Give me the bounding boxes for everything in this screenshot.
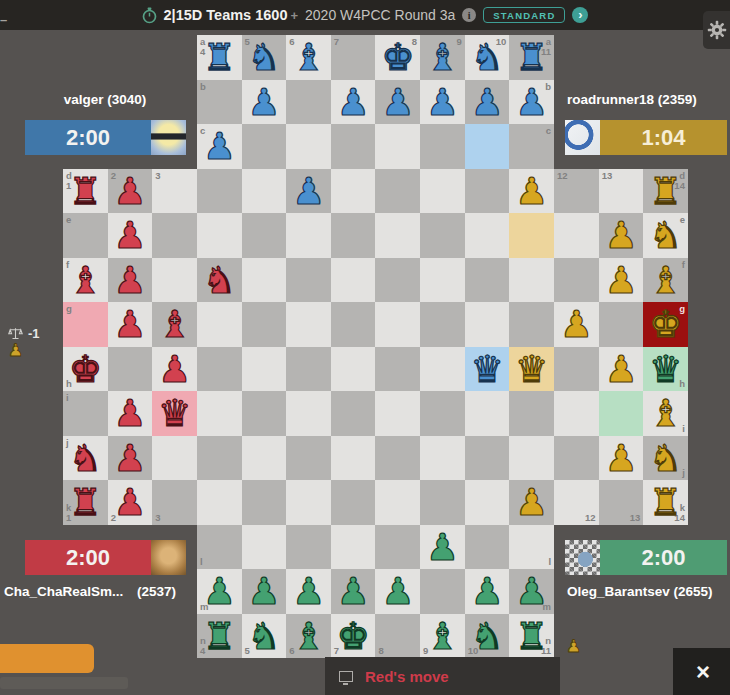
standard-badge: STANDARD <box>483 7 565 23</box>
square-d3[interactable]: 3 <box>152 169 197 214</box>
move-status-bar: Red's move <box>325 657 560 695</box>
square-k8[interactable] <box>375 480 420 525</box>
chevron-circle-icon[interactable]: › <box>572 7 588 23</box>
yellow-knight-e14[interactable]: ♞ <box>643 213 688 258</box>
square-d7[interactable] <box>331 169 376 214</box>
yellow-rook-d14[interactable]: ♜ <box>643 169 688 214</box>
square-h10[interactable]: ♛ <box>465 347 510 392</box>
square-j6[interactable] <box>286 436 331 481</box>
square-c4[interactable]: c♟ <box>197 124 242 169</box>
captured-yellow-pawn-icon: ♟ <box>8 341 54 359</box>
square-f11[interactable] <box>509 258 554 303</box>
square-k5[interactable] <box>242 480 287 525</box>
coord-label-k13-13: 13 <box>630 513 641 523</box>
move-status-text: Red's move <box>365 668 449 685</box>
square-i12[interactable] <box>554 391 599 436</box>
square-a7[interactable]: 7 <box>331 35 376 80</box>
square-f14[interactable]: f♝ <box>643 258 688 303</box>
square-j7[interactable] <box>331 436 376 481</box>
square-m9[interactable] <box>420 569 465 614</box>
square-g14[interactable]: g♚ <box>643 302 688 347</box>
square-g1[interactable]: g <box>63 302 108 347</box>
red-bishop-g3[interactable]: ♝ <box>152 302 197 347</box>
square-h9[interactable] <box>420 347 465 392</box>
blue-queen-h10[interactable]: ♛ <box>465 347 510 392</box>
square-g8[interactable] <box>375 302 420 347</box>
yellow-rook-k14[interactable]: ♜ <box>643 480 688 525</box>
square-d10[interactable] <box>465 169 510 214</box>
square-i5[interactable] <box>242 391 287 436</box>
orange-banner-fragment <box>0 644 94 673</box>
square-g6[interactable] <box>286 302 331 347</box>
square-k3[interactable]: 3 <box>152 480 197 525</box>
red-pawn-f2[interactable]: ♟ <box>108 258 153 303</box>
square-l8[interactable] <box>375 525 420 570</box>
green-pawn-m11[interactable]: ♟ <box>509 569 554 614</box>
blue-bishop-a6[interactable]: ♝ <box>286 35 331 80</box>
red-pawn-d2[interactable]: ♟ <box>108 169 153 214</box>
square-h7[interactable] <box>331 347 376 392</box>
gray-bar-fragment <box>0 677 128 689</box>
square-i8[interactable] <box>375 391 420 436</box>
square-i14[interactable]: i♝ <box>643 391 688 436</box>
square-j10[interactable] <box>465 436 510 481</box>
coord-label-l4-l: l <box>200 557 203 567</box>
balance-scale-icon <box>8 327 23 340</box>
square-a6[interactable]: 6♝ <box>286 35 331 80</box>
square-d1[interactable]: d1♜ <box>63 169 108 214</box>
square-n9[interactable]: 9♝ <box>420 614 465 659</box>
blue-pawn-b5[interactable]: ♟ <box>242 80 287 125</box>
square-i13[interactable] <box>599 391 644 436</box>
settings-button[interactable] <box>703 11 730 49</box>
square-b5[interactable]: ♟ <box>242 80 287 125</box>
square-n11[interactable]: n11♜ <box>509 614 554 659</box>
square-d8[interactable] <box>375 169 420 214</box>
square-e10[interactable] <box>465 213 510 258</box>
square-l11[interactable]: l <box>509 525 554 570</box>
square-e13[interactable]: ♟ <box>599 213 644 258</box>
square-c5[interactable] <box>242 124 287 169</box>
square-c7[interactable] <box>331 124 376 169</box>
coord-label-l11-l: l <box>548 557 551 567</box>
square-d11[interactable]: ♟ <box>509 169 554 214</box>
red-king-h1[interactable]: ♚ <box>63 347 108 392</box>
red-pawn-i2[interactable]: ♟ <box>108 391 153 436</box>
square-g2[interactable]: ♟ <box>108 302 153 347</box>
square-h1[interactable]: h♚ <box>63 347 108 392</box>
square-c9[interactable] <box>420 124 465 169</box>
square-k2[interactable]: 2♟ <box>108 480 153 525</box>
square-e3[interactable] <box>152 213 197 258</box>
square-e14[interactable]: e♞ <box>643 213 688 258</box>
square-b7[interactable]: ♟ <box>331 80 376 125</box>
square-m5[interactable]: ♟ <box>242 569 287 614</box>
red-pawn-h3[interactable]: ♟ <box>152 347 197 392</box>
square-m6[interactable]: ♟ <box>286 569 331 614</box>
yellow-bishop-i14[interactable]: ♝ <box>643 391 688 436</box>
blue-king-a8[interactable]: ♚ <box>375 35 420 80</box>
info-icon[interactable]: i <box>462 8 476 22</box>
red-bishop-f1[interactable]: ♝ <box>63 258 108 303</box>
coord-label-k3-3: 3 <box>155 513 160 523</box>
blue-pawn-b9[interactable]: ♟ <box>420 80 465 125</box>
square-e12[interactable] <box>554 213 599 258</box>
square-c11[interactable]: c <box>509 124 554 169</box>
square-b10[interactable]: ♟ <box>465 80 510 125</box>
square-j1[interactable]: j♞ <box>63 436 108 481</box>
square-l4[interactable]: l <box>197 525 242 570</box>
blue-knight-a5[interactable]: ♞ <box>242 35 287 80</box>
square-h2[interactable] <box>108 347 153 392</box>
blue-pawn-b8[interactable]: ♟ <box>375 80 420 125</box>
square-k14[interactable]: k14♜ <box>643 480 688 525</box>
square-l10[interactable] <box>465 525 510 570</box>
blue-rook-a4[interactable]: ♜ <box>197 35 242 80</box>
square-m11[interactable]: m♟ <box>509 569 554 614</box>
square-h3[interactable]: ♟ <box>152 347 197 392</box>
square-d4[interactable] <box>197 169 242 214</box>
green-queen-h14[interactable]: ♛ <box>643 347 688 392</box>
blue-pawn-b7[interactable]: ♟ <box>331 80 376 125</box>
yellow-king-g14[interactable]: ♚ <box>643 302 688 347</box>
material-tray: -1 ♟ <box>8 326 54 378</box>
square-m10[interactable]: ♟ <box>465 569 510 614</box>
square-d5[interactable] <box>242 169 287 214</box>
square-h8[interactable] <box>375 347 420 392</box>
square-c6[interactable] <box>286 124 331 169</box>
square-g7[interactable] <box>331 302 376 347</box>
square-k1[interactable]: k1♜ <box>63 480 108 525</box>
coord-label-k12-12: 12 <box>585 513 596 523</box>
red-queen-i3[interactable]: ♛ <box>152 391 197 436</box>
square-b11[interactable]: b♟ <box>509 80 554 125</box>
square-g13[interactable] <box>599 302 644 347</box>
square-d14[interactable]: d14♜ <box>643 169 688 214</box>
square-i9[interactable] <box>420 391 465 436</box>
square-k12[interactable]: 12 <box>554 480 599 525</box>
red-knight-f4[interactable]: ♞ <box>197 258 242 303</box>
green-knight-n5[interactable]: ♞ <box>242 614 287 659</box>
green-pawn-m5[interactable]: ♟ <box>242 569 287 614</box>
board: a4♜5♞6♝78♚9♝10♞a11♜b♟♟♟♟♟b♟c♟cd1♜2♟3♟♟12… <box>63 35 688 658</box>
square-f4[interactable]: ♞ <box>197 258 242 303</box>
square-m7[interactable]: ♟ <box>331 569 376 614</box>
square-k9[interactable] <box>420 480 465 525</box>
green-rook-n4[interactable]: ♜ <box>197 614 242 659</box>
yellow-knight-j14[interactable]: ♞ <box>643 436 688 481</box>
red-pawn-e2[interactable]: ♟ <box>108 213 153 258</box>
square-j8[interactable] <box>375 436 420 481</box>
red-pawn-j2[interactable]: ♟ <box>108 436 153 481</box>
square-m4[interactable]: m♟ <box>197 569 242 614</box>
coord-label-n8-8: 8 <box>378 646 383 656</box>
blue-pawn-c4[interactable]: ♟ <box>197 124 242 169</box>
blue-bishop-a9[interactable]: ♝ <box>420 35 465 80</box>
green-king-n7[interactable]: ♚ <box>331 614 376 659</box>
square-l7[interactable] <box>331 525 376 570</box>
square-j4[interactable] <box>197 436 242 481</box>
square-i11[interactable] <box>509 391 554 436</box>
green-pawn-m8[interactable]: ♟ <box>375 569 420 614</box>
square-a10[interactable]: 10♞ <box>465 35 510 80</box>
square-n7[interactable]: 7♚ <box>331 614 376 659</box>
yellow-pawn-j13[interactable]: ♟ <box>599 436 644 481</box>
yellow-pawn-k11[interactable]: ♟ <box>509 480 554 525</box>
green-bishop-n9[interactable]: ♝ <box>420 614 465 659</box>
square-a4[interactable]: a4♜ <box>197 35 242 80</box>
square-e8[interactable] <box>375 213 420 258</box>
collapse-dash[interactable]: – <box>0 12 7 27</box>
square-f9[interactable] <box>420 258 465 303</box>
square-g4[interactable] <box>197 302 242 347</box>
square-g10[interactable] <box>465 302 510 347</box>
blue-knight-a10[interactable]: ♞ <box>465 35 510 80</box>
square-j3[interactable] <box>152 436 197 481</box>
green-pawn-m7[interactable]: ♟ <box>331 569 376 614</box>
square-l6[interactable] <box>286 525 331 570</box>
square-d12[interactable]: 12 <box>554 169 599 214</box>
square-i10[interactable] <box>465 391 510 436</box>
square-j9[interactable] <box>420 436 465 481</box>
square-j2[interactable]: ♟ <box>108 436 153 481</box>
square-g9[interactable] <box>420 302 465 347</box>
square-a11[interactable]: a11♜ <box>509 35 554 80</box>
square-f6[interactable] <box>286 258 331 303</box>
coord-label-e1-e: e <box>66 215 71 225</box>
app-window: 2|15D Teams 1600 + 2020 W4PCC Round 3a i… <box>0 0 730 695</box>
coord-label-c11-c: c <box>546 126 551 136</box>
square-g5[interactable] <box>242 302 287 347</box>
square-n6[interactable]: 6♝ <box>286 614 331 659</box>
square-h4[interactable] <box>197 347 242 392</box>
square-c8[interactable] <box>375 124 420 169</box>
square-i3[interactable]: ♛ <box>152 391 197 436</box>
square-j12[interactable] <box>554 436 599 481</box>
square-k13[interactable]: 13 <box>599 480 644 525</box>
square-a8[interactable]: 8♚ <box>375 35 420 80</box>
coord-label-d12-12: 12 <box>557 171 568 181</box>
red-pawn-k2[interactable]: ♟ <box>108 480 153 525</box>
square-j13[interactable]: ♟ <box>599 436 644 481</box>
stopwatch-icon <box>142 7 157 24</box>
square-b9[interactable]: ♟ <box>420 80 465 125</box>
close-icon: × <box>696 658 710 686</box>
square-i2[interactable]: ♟ <box>108 391 153 436</box>
yellow-pawn-g12[interactable]: ♟ <box>554 302 599 347</box>
square-e2[interactable]: ♟ <box>108 213 153 258</box>
square-g11[interactable] <box>509 302 554 347</box>
event-name: 2020 W4PCC Round 3a <box>305 7 455 23</box>
square-j14[interactable]: j♞ <box>643 436 688 481</box>
square-f13[interactable]: ♟ <box>599 258 644 303</box>
red-rook-d1[interactable]: ♜ <box>63 169 108 214</box>
square-e6[interactable] <box>286 213 331 258</box>
square-f1[interactable]: f♝ <box>63 258 108 303</box>
square-e1[interactable]: e <box>63 213 108 258</box>
close-button[interactable]: × <box>673 648 730 695</box>
square-n8[interactable]: 8 <box>375 614 420 659</box>
square-g3[interactable]: ♝ <box>152 302 197 347</box>
square-n10[interactable]: 10♞ <box>465 614 510 659</box>
square-f3[interactable] <box>152 258 197 303</box>
coord-label-d13-13: 13 <box>602 171 613 181</box>
coord-label-b4-b: b <box>200 82 206 92</box>
yellow-queen-h11[interactable]: ♛ <box>509 347 554 392</box>
square-h6[interactable] <box>286 347 331 392</box>
square-k6[interactable] <box>286 480 331 525</box>
square-l9[interactable]: ♟ <box>420 525 465 570</box>
square-j11[interactable] <box>509 436 554 481</box>
game-header: 2|15D Teams 1600 + 2020 W4PCC Round 3a i… <box>0 0 730 30</box>
square-m8[interactable]: ♟ <box>375 569 420 614</box>
square-i4[interactable] <box>197 391 242 436</box>
blue-pawn-b11[interactable]: ♟ <box>509 80 554 125</box>
square-a5[interactable]: 5♞ <box>242 35 287 80</box>
title-plus: + <box>290 8 298 23</box>
square-k4[interactable] <box>197 480 242 525</box>
square-d6[interactable]: ♟ <box>286 169 331 214</box>
square-h11[interactable]: ♛ <box>509 347 554 392</box>
square-e7[interactable] <box>331 213 376 258</box>
captured-yellow-pawn-icon-green-tray: ♟ <box>566 636 581 656</box>
coord-label-i1-i: i <box>66 393 69 403</box>
square-h14[interactable]: h♛ <box>643 347 688 392</box>
square-j5[interactable] <box>242 436 287 481</box>
blue-rook-a11[interactable]: ♜ <box>509 35 554 80</box>
green-pawn-l9[interactable]: ♟ <box>420 525 465 570</box>
square-i6[interactable] <box>286 391 331 436</box>
coord-label-a7-7: 7 <box>334 37 339 47</box>
green-bishop-n6[interactable]: ♝ <box>286 614 331 659</box>
square-i7[interactable] <box>331 391 376 436</box>
green-rook-n11[interactable]: ♜ <box>509 614 554 659</box>
square-f5[interactable] <box>242 258 287 303</box>
blue-pawn-b10[interactable]: ♟ <box>465 80 510 125</box>
time-control-title: 2|15D Teams 1600 <box>164 7 288 23</box>
square-n4[interactable]: n4♜ <box>197 614 242 659</box>
square-l5[interactable] <box>242 525 287 570</box>
square-e11[interactable] <box>509 213 554 258</box>
green-knight-n10[interactable]: ♞ <box>465 614 510 659</box>
green-pawn-m4[interactable]: ♟ <box>197 569 242 614</box>
blue-pawn-d6[interactable]: ♟ <box>286 169 331 214</box>
square-k7[interactable] <box>331 480 376 525</box>
square-f7[interactable] <box>331 258 376 303</box>
square-f10[interactable] <box>465 258 510 303</box>
coord-label-d3-3: 3 <box>155 171 160 181</box>
square-f12[interactable] <box>554 258 599 303</box>
square-h13[interactable]: ♟ <box>599 347 644 392</box>
red-pawn-g2[interactable]: ♟ <box>108 302 153 347</box>
square-b4[interactable]: b <box>197 80 242 125</box>
square-d9[interactable] <box>420 169 465 214</box>
monitor-icon <box>339 671 353 682</box>
square-b8[interactable]: ♟ <box>375 80 420 125</box>
square-k10[interactable] <box>465 480 510 525</box>
square-e5[interactable] <box>242 213 287 258</box>
square-n5[interactable]: 5♞ <box>242 614 287 659</box>
square-d13[interactable]: 13 <box>599 169 644 214</box>
square-e4[interactable] <box>197 213 242 258</box>
square-h5[interactable] <box>242 347 287 392</box>
square-k11[interactable]: ♟ <box>509 480 554 525</box>
square-b6[interactable] <box>286 80 331 125</box>
square-i1[interactable]: i <box>63 391 108 436</box>
yellow-pawn-e13[interactable]: ♟ <box>599 213 644 258</box>
coord-label-g1-g: g <box>66 304 72 314</box>
green-pawn-m6[interactable]: ♟ <box>286 569 331 614</box>
gear-icon <box>707 20 727 40</box>
red-rook-k1[interactable]: ♜ <box>63 480 108 525</box>
square-g12[interactable]: ♟ <box>554 302 599 347</box>
square-d2[interactable]: 2♟ <box>108 169 153 214</box>
square-e9[interactable] <box>420 213 465 258</box>
square-f2[interactable]: ♟ <box>108 258 153 303</box>
square-h12[interactable] <box>554 347 599 392</box>
square-c10[interactable] <box>465 124 510 169</box>
red-knight-j1[interactable]: ♞ <box>63 436 108 481</box>
yellow-pawn-f13[interactable]: ♟ <box>599 258 644 303</box>
square-f8[interactable] <box>375 258 420 303</box>
yellow-bishop-f14[interactable]: ♝ <box>643 258 688 303</box>
green-pawn-m10[interactable]: ♟ <box>465 569 510 614</box>
yellow-pawn-d11[interactable]: ♟ <box>509 169 554 214</box>
yellow-pawn-h13[interactable]: ♟ <box>599 347 644 392</box>
material-value: -1 <box>28 326 40 341</box>
square-a9[interactable]: 9♝ <box>420 35 465 80</box>
